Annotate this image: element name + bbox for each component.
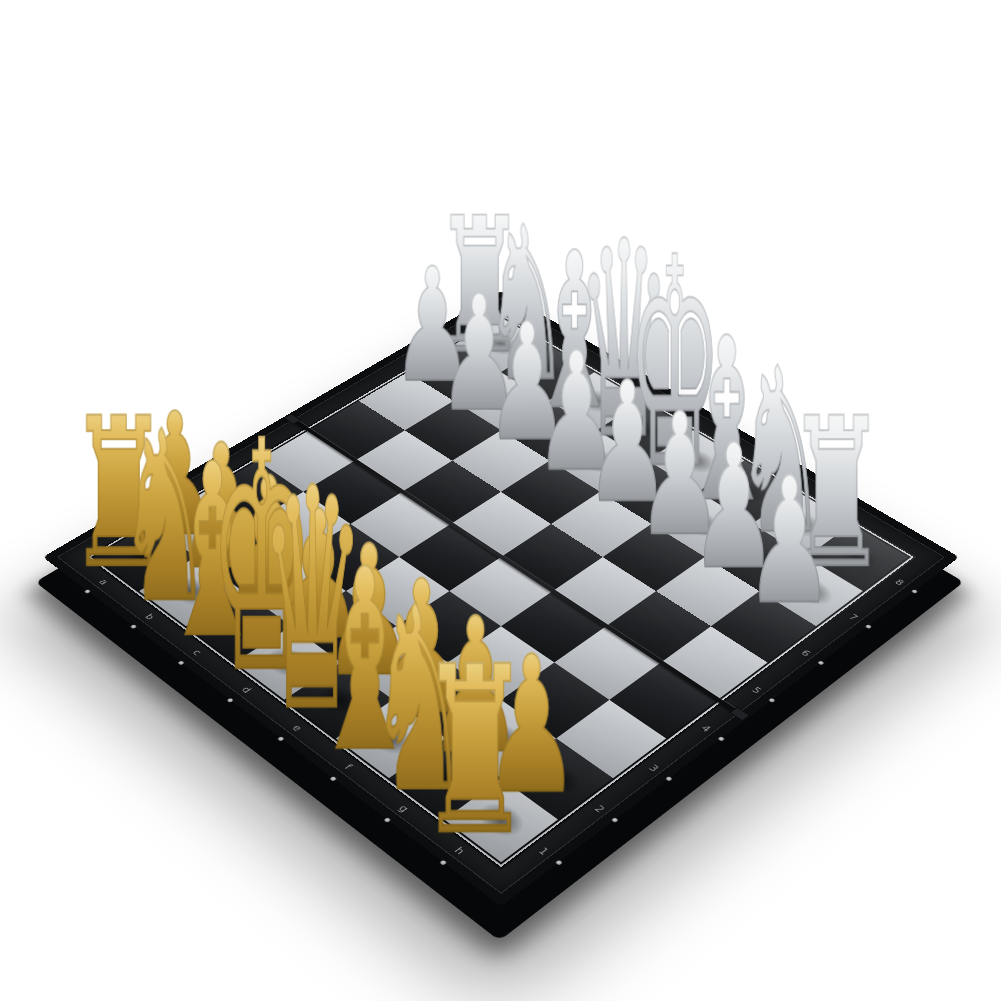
frame-rivet: [439, 859, 447, 865]
rank-label-5: 5: [749, 685, 762, 694]
rank-label-4: 4: [699, 723, 713, 733]
file-label-g: g: [396, 803, 410, 813]
board-frame: ♜♞♝♛♚♝♞♜♟♟♟♟♟♟♟♟♟♟♟♟♟♟♟♟♜♞♝♚♛♝♞♜ abcdefg…: [56, 298, 944, 894]
rank-label-3: 3: [646, 763, 660, 773]
silver-pawn-glyph: ♟: [745, 454, 834, 628]
frame-rivet: [610, 817, 618, 823]
file-label-h: h: [452, 845, 466, 856]
frame-rivet: [329, 776, 337, 782]
frame-rivet: [177, 660, 184, 665]
frame-rivet: [129, 624, 136, 629]
product-photo-scene: ♜♞♝♛♚♝♞♜♟♟♟♟♟♟♟♟♟♟♟♟♟♟♟♟♜♞♝♚♛♝♞♜ abcdefg…: [0, 0, 1001, 1001]
gold-rook-glyph: ♜: [417, 635, 531, 866]
rank-label-7: 7: [846, 612, 859, 621]
frame-rivet: [276, 736, 284, 741]
board-grid: ♜♞♝♛♚♝♞♜♟♟♟♟♟♟♟♟♟♟♟♟♟♟♟♟♜♞♝♚♛♝♞♜: [93, 317, 908, 862]
frame-rivet: [768, 697, 776, 702]
frame-rivet: [554, 859, 562, 865]
file-label-a: a: [96, 577, 109, 585]
file-label-c: c: [190, 648, 203, 657]
rank-label-6: 6: [799, 648, 812, 657]
chess-board: ♜♞♝♛♚♝♞♜♟♟♟♟♟♟♟♟♟♟♟♟♟♟♟♟♜♞♝♚♛♝♞♜ abcdefg…: [42, 290, 958, 905]
frame-rivet: [83, 589, 90, 594]
rank-label-8: 8: [893, 578, 906, 587]
rank-label-1: 1: [536, 845, 550, 856]
file-label-e: e: [290, 723, 304, 733]
frame-rivet: [910, 589, 917, 594]
frame-rivet: [817, 660, 824, 665]
rank-label-2: 2: [592, 803, 606, 813]
board-inner-bezel: ♜♞♝♛♚♝♞♜♟♟♟♟♟♟♟♟♟♟♟♟♟♟♟♟♜♞♝♚♛♝♞♜: [85, 312, 917, 869]
file-label-d: d: [239, 685, 253, 694]
frame-rivet: [717, 736, 725, 741]
file-label-b: b: [142, 612, 155, 621]
frame-rivet: [864, 624, 871, 629]
frame-rivet: [383, 817, 391, 823]
file-label-f: f: [342, 762, 354, 770]
frame-rivet: [226, 697, 234, 702]
frame-rivet: [664, 776, 672, 782]
